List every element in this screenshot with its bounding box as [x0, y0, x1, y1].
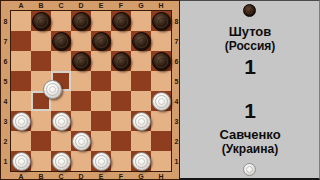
checkers-board: AABBCCDDEEFFGGHH8877665544332211 — [0, 0, 180, 180]
white-man-g1[interactable] — [132, 152, 151, 171]
square-e8[interactable] — [91, 11, 111, 31]
square-a8[interactable] — [11, 11, 31, 31]
bottom-player-name: Савченко — [180, 128, 320, 142]
square-g4[interactable] — [131, 91, 151, 111]
black-man-e7[interactable] — [92, 32, 111, 51]
bottom-player-score: 1 — [180, 100, 320, 122]
square-d4[interactable] — [71, 91, 91, 111]
top-player-score: 1 — [180, 56, 320, 78]
file-label-bottom-H: H — [151, 172, 171, 180]
black-man-c7[interactable] — [52, 32, 71, 51]
rank-label-left-3: 3 — [1, 111, 10, 131]
white-man-a3[interactable] — [12, 112, 31, 131]
top-player-country: (Россия) — [180, 39, 320, 53]
square-h1[interactable] — [151, 151, 171, 171]
rank-label-left-6: 6 — [1, 51, 10, 71]
file-label-top-A: A — [11, 1, 31, 10]
file-label-top-D: D — [71, 1, 91, 10]
white-man-h4[interactable] — [152, 92, 171, 111]
bottom-player-country: (Украина) — [180, 142, 320, 156]
rank-label-left-5: 5 — [1, 71, 10, 91]
file-label-top-G: G — [131, 1, 151, 10]
file-label-top-C: C — [51, 1, 71, 10]
square-d7[interactable] — [71, 31, 91, 51]
square-b3[interactable] — [31, 111, 51, 131]
rank-label-left-7: 7 — [1, 31, 10, 51]
file-label-top-B: B — [31, 1, 51, 10]
square-d5[interactable] — [71, 71, 91, 91]
square-g8[interactable] — [131, 11, 151, 31]
file-label-bottom-F: F — [111, 172, 131, 180]
square-a5[interactable] — [11, 71, 31, 91]
square-b2[interactable] — [31, 131, 51, 151]
file-label-bottom-B: B — [31, 172, 51, 180]
file-label-top-F: F — [111, 1, 131, 10]
white-checker-icon — [243, 163, 256, 176]
black-man-f8[interactable] — [112, 12, 131, 31]
file-label-bottom-D: D — [71, 172, 91, 180]
file-label-bottom-E: E — [91, 172, 111, 180]
white-man-c5[interactable] — [43, 80, 62, 99]
black-man-g7[interactable] — [132, 32, 151, 51]
white-man-e1[interactable] — [92, 152, 111, 171]
file-label-top-E: E — [91, 1, 111, 10]
square-f2[interactable] — [111, 131, 131, 151]
square-e3[interactable] — [91, 111, 111, 131]
top-player-name: Шутов — [180, 25, 320, 39]
black-man-h8[interactable] — [152, 12, 171, 31]
rank-label-left-8: 8 — [1, 11, 10, 31]
black-man-d8[interactable] — [72, 12, 91, 31]
square-e4[interactable] — [91, 91, 111, 111]
square-d1[interactable] — [71, 151, 91, 171]
square-f1[interactable] — [111, 151, 131, 171]
square-g5[interactable] — [131, 71, 151, 91]
square-g2[interactable] — [131, 131, 151, 151]
square-h5[interactable] — [151, 71, 171, 91]
black-checker-icon — [243, 4, 256, 17]
square-a2[interactable] — [11, 131, 31, 151]
score-panel: Шутов (Россия) 1 1 Савченко (Украина) — [180, 0, 320, 180]
black-man-d6[interactable] — [72, 52, 91, 71]
square-a6[interactable] — [11, 51, 31, 71]
square-b1[interactable] — [31, 151, 51, 171]
square-f7[interactable] — [111, 31, 131, 51]
black-man-f6[interactable] — [112, 52, 131, 71]
file-label-bottom-A: A — [11, 172, 31, 180]
white-man-g3[interactable] — [132, 112, 151, 131]
file-label-bottom-G: G — [131, 172, 151, 180]
square-h7[interactable] — [151, 31, 171, 51]
square-h2[interactable] — [151, 131, 171, 151]
square-a4[interactable] — [11, 91, 31, 111]
file-label-top-H: H — [151, 1, 171, 10]
square-a7[interactable] — [11, 31, 31, 51]
black-man-b8[interactable] — [32, 12, 51, 31]
square-b7[interactable] — [31, 31, 51, 51]
rank-label-left-1: 1 — [1, 151, 10, 171]
rank-label-left-2: 2 — [1, 131, 10, 151]
black-man-h6[interactable] — [152, 52, 171, 71]
square-e6[interactable] — [91, 51, 111, 71]
square-f3[interactable] — [111, 111, 131, 131]
square-c8[interactable] — [51, 11, 71, 31]
white-man-d2[interactable] — [72, 132, 91, 151]
file-label-bottom-C: C — [51, 172, 71, 180]
square-b6[interactable] — [31, 51, 51, 71]
white-man-a1[interactable] — [12, 152, 31, 171]
square-e5[interactable] — [91, 71, 111, 91]
square-h3[interactable] — [151, 111, 171, 131]
rank-label-left-4: 4 — [1, 91, 10, 111]
white-man-c3[interactable] — [52, 112, 71, 131]
square-g6[interactable] — [131, 51, 151, 71]
square-c6[interactable] — [51, 51, 71, 71]
square-e2[interactable] — [91, 131, 111, 151]
square-c2[interactable] — [51, 131, 71, 151]
square-d3[interactable] — [71, 111, 91, 131]
square-f5[interactable] — [111, 71, 131, 91]
white-man-c1[interactable] — [52, 152, 71, 171]
square-f4[interactable] — [111, 91, 131, 111]
